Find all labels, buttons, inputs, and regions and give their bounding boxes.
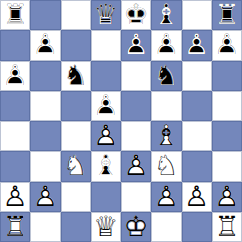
rook-glyph-fill: ♜	[0, 0, 30, 30]
pawn-glyph-outline: ♙	[30, 30, 60, 60]
square-e2[interactable]	[121, 182, 151, 212]
square-f6[interactable]: ♞♘	[151, 61, 181, 91]
pawn-glyph-outline: ♙	[151, 182, 181, 212]
king-glyph-fill: ♚	[121, 0, 151, 30]
piece-white-pawn[interactable]: ♟♙	[212, 182, 242, 212]
piece-black-rook[interactable]: ♜♖	[0, 0, 30, 30]
pawn-glyph-fill: ♟	[30, 182, 60, 212]
pawn-glyph-outline: ♙	[151, 30, 181, 60]
square-d3[interactable]: ♝♗	[91, 151, 121, 181]
square-b4[interactable]	[30, 121, 60, 151]
square-c6[interactable]: ♞♘	[61, 61, 91, 91]
pawn-glyph-outline: ♙	[212, 182, 242, 212]
square-g4[interactable]	[182, 121, 212, 151]
square-a6[interactable]: ♟♙	[0, 61, 30, 91]
rook-glyph-fill: ♜	[0, 212, 30, 242]
square-f3[interactable]: ♞♘	[151, 151, 181, 181]
square-a5[interactable]	[0, 91, 30, 121]
square-h6[interactable]	[212, 61, 242, 91]
square-h7[interactable]: ♟♙	[212, 30, 242, 60]
piece-black-knight[interactable]: ♞♘	[151, 61, 181, 91]
knight-glyph-outline: ♘	[61, 61, 91, 91]
square-e5[interactable]	[121, 91, 151, 121]
pawn-glyph-fill: ♟	[182, 30, 212, 60]
knight-glyph-outline: ♘	[61, 151, 91, 181]
pawn-glyph-fill: ♟	[151, 182, 181, 212]
square-a7[interactable]	[0, 30, 30, 60]
square-c7[interactable]	[61, 30, 91, 60]
pawn-glyph-outline: ♙	[91, 121, 121, 151]
piece-white-knight[interactable]: ♞♘	[61, 151, 91, 181]
knight-glyph-outline: ♘	[151, 61, 181, 91]
knight-glyph-outline: ♘	[151, 151, 181, 181]
square-a1[interactable]: ♜♖	[0, 212, 30, 242]
queen-glyph-outline: ♕	[91, 0, 121, 30]
pawn-glyph-outline: ♙	[182, 30, 212, 60]
piece-black-king[interactable]: ♚♔	[121, 0, 151, 30]
square-c5[interactable]	[61, 91, 91, 121]
square-g2[interactable]: ♟♙	[182, 182, 212, 212]
pawn-glyph-fill: ♟	[212, 182, 242, 212]
knight-glyph-fill: ♞	[151, 151, 181, 181]
square-f8[interactable]: ♝♗	[151, 0, 181, 30]
pawn-glyph-fill: ♟	[91, 91, 121, 121]
square-g5[interactable]	[182, 91, 212, 121]
pawn-glyph-fill: ♟	[0, 182, 30, 212]
piece-black-pawn[interactable]: ♟♙	[30, 30, 60, 60]
bishop-glyph-outline: ♗	[91, 151, 121, 181]
rook-glyph-outline: ♖	[212, 0, 242, 30]
rook-glyph-outline: ♖	[0, 212, 30, 242]
piece-black-bishop[interactable]: ♝♗	[91, 151, 121, 181]
knight-glyph-fill: ♞	[151, 61, 181, 91]
king-glyph-outline: ♔	[121, 0, 151, 30]
rook-glyph-fill: ♜	[212, 212, 242, 242]
piece-black-pawn[interactable]: ♟♙	[212, 30, 242, 60]
square-g3[interactable]	[182, 151, 212, 181]
square-g7[interactable]: ♟♙	[182, 30, 212, 60]
square-d2[interactable]	[91, 182, 121, 212]
piece-white-pawn[interactable]: ♟♙	[151, 182, 181, 212]
knight-glyph-fill: ♞	[61, 61, 91, 91]
piece-white-pawn[interactable]: ♟♙	[91, 121, 121, 151]
piece-white-queen[interactable]: ♛♕	[91, 212, 121, 242]
square-b2[interactable]: ♟♙	[30, 182, 60, 212]
square-a4[interactable]	[0, 121, 30, 151]
square-d8[interactable]: ♛♕	[91, 0, 121, 30]
pawn-glyph-fill: ♟	[212, 30, 242, 60]
pawn-glyph-fill: ♟	[91, 121, 121, 151]
square-g8[interactable]	[182, 0, 212, 30]
pawn-glyph-outline: ♙	[212, 30, 242, 60]
piece-black-pawn[interactable]: ♟♙	[121, 30, 151, 60]
piece-white-pawn[interactable]: ♟♙	[0, 182, 30, 212]
piece-black-pawn[interactable]: ♟♙	[91, 91, 121, 121]
queen-glyph-fill: ♛	[91, 0, 121, 30]
piece-black-knight[interactable]: ♞♘	[61, 61, 91, 91]
square-g1[interactable]	[182, 212, 212, 242]
piece-white-rook[interactable]: ♜♖	[212, 212, 242, 242]
piece-black-pawn[interactable]: ♟♙	[182, 30, 212, 60]
pawn-glyph-outline: ♙	[30, 182, 60, 212]
square-d5[interactable]: ♟♙	[91, 91, 121, 121]
square-f4[interactable]: ♝♗	[151, 121, 181, 151]
rook-glyph-outline: ♖	[0, 0, 30, 30]
rook-glyph-outline: ♖	[212, 212, 242, 242]
piece-white-bishop[interactable]: ♝♗	[151, 121, 181, 151]
piece-black-bishop[interactable]: ♝♗	[151, 0, 181, 30]
square-e8[interactable]: ♚♔	[121, 0, 151, 30]
bishop-glyph-fill: ♝	[151, 0, 181, 30]
square-g6[interactable]	[182, 61, 212, 91]
square-b7[interactable]: ♟♙	[30, 30, 60, 60]
bishop-glyph-outline: ♗	[151, 121, 181, 151]
pawn-glyph-outline: ♙	[182, 182, 212, 212]
square-e3[interactable]: ♟♙	[121, 151, 151, 181]
pawn-glyph-outline: ♙	[0, 61, 30, 91]
pawn-glyph-fill: ♟	[0, 61, 30, 91]
square-c3[interactable]: ♞♘	[61, 151, 91, 181]
square-f7[interactable]: ♟♙	[151, 30, 181, 60]
square-h5[interactable]	[212, 91, 242, 121]
queen-glyph-outline: ♕	[91, 212, 121, 242]
piece-white-knight[interactable]: ♞♘	[151, 151, 181, 181]
square-a3[interactable]	[0, 151, 30, 181]
square-h8[interactable]: ♜♖	[212, 0, 242, 30]
square-e1[interactable]: ♚♔	[121, 212, 151, 242]
pawn-glyph-outline: ♙	[121, 30, 151, 60]
piece-white-pawn[interactable]: ♟♙	[30, 182, 60, 212]
king-glyph-fill: ♚	[121, 212, 151, 242]
pawn-glyph-outline: ♙	[0, 182, 30, 212]
square-e4[interactable]	[121, 121, 151, 151]
square-h3[interactable]	[212, 151, 242, 181]
bishop-glyph-outline: ♗	[151, 0, 181, 30]
square-a8[interactable]: ♜♖	[0, 0, 30, 30]
square-e6[interactable]	[121, 61, 151, 91]
square-d7[interactable]	[91, 30, 121, 60]
square-h2[interactable]: ♟♙	[212, 182, 242, 212]
bishop-glyph-fill: ♝	[91, 151, 121, 181]
piece-white-pawn[interactable]: ♟♙	[121, 151, 151, 181]
square-d4[interactable]: ♟♙	[91, 121, 121, 151]
chess-board: ♜♖♛♕♚♔♝♗♜♖♟♙♟♙♟♙♟♙♟♙♟♙♞♘♞♘♟♙♟♙♝♗♞♘♝♗♟♙♞♘…	[0, 0, 242, 242]
bishop-glyph-fill: ♝	[151, 121, 181, 151]
queen-glyph-fill: ♛	[91, 212, 121, 242]
square-h1[interactable]: ♜♖	[212, 212, 242, 242]
pawn-glyph-outline: ♙	[91, 91, 121, 121]
square-f5[interactable]	[151, 91, 181, 121]
piece-black-pawn[interactable]: ♟♙	[151, 30, 181, 60]
square-a2[interactable]: ♟♙	[0, 182, 30, 212]
piece-black-queen[interactable]: ♛♕	[91, 0, 121, 30]
pawn-glyph-fill: ♟	[151, 30, 181, 60]
square-c2[interactable]	[61, 182, 91, 212]
square-b8[interactable]	[30, 0, 60, 30]
square-f1[interactable]	[151, 212, 181, 242]
piece-black-pawn[interactable]: ♟♙	[0, 61, 30, 91]
king-glyph-outline: ♔	[121, 212, 151, 242]
square-b3[interactable]	[30, 151, 60, 181]
square-c1[interactable]	[61, 212, 91, 242]
square-d1[interactable]: ♛♕	[91, 212, 121, 242]
square-f2[interactable]: ♟♙	[151, 182, 181, 212]
square-b6[interactable]	[30, 61, 60, 91]
square-c4[interactable]	[61, 121, 91, 151]
square-b5[interactable]	[30, 91, 60, 121]
square-d6[interactable]	[91, 61, 121, 91]
knight-glyph-fill: ♞	[61, 151, 91, 181]
piece-white-king[interactable]: ♚♔	[121, 212, 151, 242]
pawn-glyph-fill: ♟	[30, 30, 60, 60]
piece-black-rook[interactable]: ♜♖	[212, 0, 242, 30]
pawn-glyph-fill: ♟	[121, 30, 151, 60]
pawn-glyph-fill: ♟	[182, 182, 212, 212]
square-b1[interactable]	[30, 212, 60, 242]
piece-white-rook[interactable]: ♜♖	[0, 212, 30, 242]
pawn-glyph-outline: ♙	[121, 151, 151, 181]
square-e7[interactable]: ♟♙	[121, 30, 151, 60]
square-c8[interactable]	[61, 0, 91, 30]
square-h4[interactable]	[212, 121, 242, 151]
rook-glyph-fill: ♜	[212, 0, 242, 30]
piece-white-pawn[interactable]: ♟♙	[182, 182, 212, 212]
pawn-glyph-fill: ♟	[121, 151, 151, 181]
